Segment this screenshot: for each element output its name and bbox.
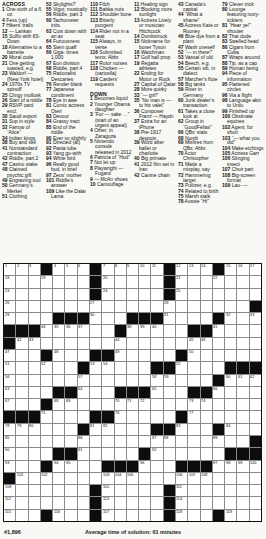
cell-r9c18[interactable] (213, 362, 224, 373)
cell-r5c21[interactable]: 33 (250, 313, 261, 324)
cell-r16c13[interactable]: 92 (151, 448, 162, 459)
cell-r19c21[interactable] (250, 485, 261, 496)
cell-r4c8[interactable]: 27 (90, 301, 101, 312)
cell-r1c5[interactable]: 4 (53, 264, 64, 275)
cell-r18c13[interactable] (151, 473, 162, 484)
cell-r4c1[interactable]: 26 (4, 301, 15, 312)
cell-r1c7[interactable]: 6 (78, 264, 89, 275)
cell-r18c6[interactable] (65, 473, 76, 484)
cell-r14c20[interactable] (237, 424, 248, 435)
cell-r6c9[interactable] (102, 325, 113, 336)
cell-r18c15[interactable]: 106 (176, 473, 187, 484)
cell-r14c3[interactable]: 80 (29, 424, 40, 435)
cell-r4c12[interactable] (139, 301, 150, 312)
cell-r9c6[interactable] (65, 362, 76, 373)
cell-r12c16[interactable]: 73 (188, 399, 199, 410)
cell-r15c8[interactable] (90, 436, 101, 447)
cell-r3c11[interactable] (127, 289, 138, 300)
cell-r12c11[interactable]: 71 (127, 399, 138, 410)
cell-r7c11[interactable] (127, 338, 138, 349)
cell-r7c9[interactable] (102, 338, 113, 349)
cell-r13c10[interactable]: 76 (115, 411, 126, 422)
cell-r15c9[interactable] (102, 436, 113, 447)
cell-r17c1[interactable]: 93 (4, 461, 15, 472)
cell-r15c18[interactable]: 89 (213, 436, 224, 447)
cell-r17c21[interactable]: 100 (250, 461, 261, 472)
cell-r13c16[interactable]: 77 (188, 411, 199, 422)
cell-r14c19[interactable]: 84 (225, 424, 236, 435)
cell-r8c21[interactable] (250, 350, 261, 361)
cell-r17c18[interactable]: 97 (213, 461, 224, 472)
cell-r19c5[interactable] (53, 485, 64, 496)
cell-r12c7[interactable] (78, 399, 89, 410)
cell-r16c8[interactable] (90, 448, 101, 459)
cell-r7c10[interactable]: 44 (115, 338, 126, 349)
cell-r17c5[interactable]: 94 (53, 461, 64, 472)
cell-r18c19[interactable] (225, 473, 236, 484)
cell-r21c20[interactable] (237, 510, 248, 521)
cell-r2c15[interactable]: 21 (176, 276, 187, 287)
cell-r12c12[interactable]: 72 (139, 399, 150, 410)
cell-r8c10[interactable]: 49 (115, 350, 126, 361)
cell-r2c16[interactable] (188, 276, 199, 287)
cell-r4c17[interactable] (201, 301, 212, 312)
cell-r3c6[interactable] (65, 289, 76, 300)
cell-r7c19[interactable] (225, 338, 236, 349)
cell-r19c6[interactable] (65, 485, 76, 496)
cell-r7c20[interactable] (237, 338, 248, 349)
cell-r16c3[interactable] (29, 448, 40, 459)
cell-r2c3[interactable] (29, 276, 40, 287)
cell-r5c2[interactable] (16, 313, 27, 324)
cell-r6c12[interactable]: 39 (139, 325, 150, 336)
cell-r3c3[interactable] (29, 289, 40, 300)
cell-r19c9[interactable]: 110 (102, 485, 113, 496)
cell-r19c12[interactable] (139, 485, 150, 496)
cell-r9c11[interactable] (127, 362, 138, 373)
cell-r7c17[interactable]: 46 (201, 338, 212, 349)
cell-r12c8[interactable] (90, 399, 101, 410)
cell-r7c12[interactable] (139, 338, 150, 349)
cell-r8c17[interactable] (201, 350, 212, 361)
cell-r20c7[interactable] (78, 497, 89, 508)
cell-r18c16[interactable]: 107 (188, 473, 199, 484)
cell-r10c6[interactable] (65, 375, 76, 386)
cell-r4c18[interactable] (213, 301, 224, 312)
cell-r12c13[interactable] (151, 399, 162, 410)
cell-r16c15[interactable] (176, 448, 187, 459)
cell-r4c20[interactable] (237, 301, 248, 312)
cell-r6c18[interactable]: 41 (213, 325, 224, 336)
cell-r10c2[interactable] (16, 375, 27, 386)
cell-r1c11[interactable]: 9 (127, 264, 138, 275)
cell-r10c12[interactable] (139, 375, 150, 386)
cell-r15c19[interactable] (225, 436, 236, 447)
cell-r2c21[interactable] (250, 276, 261, 287)
cell-r14c21[interactable] (250, 424, 261, 435)
cell-r7c6[interactable] (65, 338, 76, 349)
cell-r6c11[interactable]: 38 (127, 325, 138, 336)
cell-r4c16[interactable] (188, 301, 199, 312)
cell-r13c13[interactable] (151, 411, 162, 422)
cell-r7c3[interactable]: 43 (29, 338, 40, 349)
cell-r1c3[interactable]: 3 (29, 264, 40, 275)
cell-r3c15[interactable]: 25 (176, 289, 187, 300)
cell-r6c21[interactable] (250, 325, 261, 336)
cell-r20c17[interactable] (201, 497, 212, 508)
cell-r8c11[interactable] (127, 350, 138, 361)
cell-r1c19[interactable]: 15 (225, 264, 236, 275)
cell-r11c7[interactable]: 64 (78, 387, 89, 398)
cell-r1c9[interactable]: 7 (102, 264, 113, 275)
cell-r9c9[interactable]: 54 (102, 362, 113, 373)
cell-r10c14[interactable]: 59 (164, 375, 175, 386)
cell-r4c13[interactable] (151, 301, 162, 312)
cell-r20c20[interactable] (237, 497, 248, 508)
cell-r20c10[interactable] (115, 497, 126, 508)
cell-r18c21[interactable] (250, 473, 261, 484)
cell-r18c17[interactable]: 108 (201, 473, 212, 484)
cell-r8c6[interactable] (65, 350, 76, 361)
cell-r6c8[interactable] (90, 325, 101, 336)
cell-r5c14[interactable]: 31 (164, 313, 175, 324)
cell-r1c21[interactable]: 17 (250, 264, 261, 275)
cell-r15c6[interactable] (65, 436, 76, 447)
cell-r11c18[interactable]: 66 (213, 387, 224, 398)
cell-r12c3[interactable] (29, 399, 40, 410)
cell-r5c15[interactable] (176, 313, 187, 324)
cell-r9c4[interactable]: 52 (41, 362, 52, 373)
cell-r9c10[interactable] (115, 362, 126, 373)
cell-r15c4[interactable] (41, 436, 52, 447)
cell-r10c21[interactable]: 62 (250, 375, 261, 386)
cell-r15c1[interactable]: 85 (4, 436, 15, 447)
cell-r9c12[interactable] (139, 362, 150, 373)
cell-r10c19[interactable]: 60 (225, 375, 236, 386)
cell-r2c19[interactable] (225, 276, 236, 287)
cell-r11c19[interactable] (225, 387, 236, 398)
cell-r2c20[interactable] (237, 276, 248, 287)
cell-r20c1[interactable]: 112 (4, 497, 15, 508)
cell-r20c12[interactable] (139, 497, 150, 508)
cell-r13c12[interactable] (139, 411, 150, 422)
cell-r3c4[interactable] (41, 289, 52, 300)
cell-r16c11[interactable] (127, 448, 138, 459)
cell-r12c10[interactable]: 70 (115, 399, 126, 410)
cell-r6c7[interactable]: 37 (78, 325, 89, 336)
cell-r14c10[interactable] (115, 424, 126, 435)
cell-r2c18[interactable]: 22 (213, 276, 224, 287)
cell-r18c10[interactable]: 104 (115, 473, 126, 484)
cell-r16c1[interactable]: 90 (4, 448, 15, 459)
cell-r6c20[interactable] (237, 325, 248, 336)
cell-r20c6[interactable] (65, 497, 76, 508)
cell-r20c19[interactable] (225, 497, 236, 508)
cell-r9c3[interactable] (29, 362, 40, 373)
cell-r1c17[interactable]: 14 (201, 264, 212, 275)
cell-r2c2[interactable] (16, 276, 27, 287)
cell-r15c13[interactable]: 87 (151, 436, 162, 447)
cell-r17c20[interactable]: 99 (237, 461, 248, 472)
cell-r3c17[interactable] (201, 289, 212, 300)
cell-r3c18[interactable] (213, 289, 224, 300)
cell-r11c2[interactable] (16, 387, 27, 398)
cell-r14c8[interactable]: 81 (90, 424, 101, 435)
cell-r5c17[interactable] (201, 313, 212, 324)
cell-r4c15[interactable] (176, 301, 187, 312)
cell-r3c1[interactable]: 23 (4, 289, 15, 300)
cell-r5c20[interactable] (237, 313, 248, 324)
cell-r2c17[interactable] (201, 276, 212, 287)
cell-r14c4[interactable] (41, 424, 52, 435)
cell-r8c5[interactable]: 48 (53, 350, 64, 361)
cell-r11c13[interactable]: 65 (151, 387, 162, 398)
cell-r16c4[interactable] (41, 448, 52, 459)
cell-r9c16[interactable] (188, 362, 199, 373)
cell-r1c1[interactable]: 1 (4, 264, 15, 275)
cell-r5c16[interactable] (188, 313, 199, 324)
cell-r11c1[interactable]: 63 (4, 387, 15, 398)
cell-r3c19[interactable] (225, 289, 236, 300)
cell-r3c20[interactable] (237, 289, 248, 300)
cell-r18c7[interactable] (78, 473, 89, 484)
cell-r21c15[interactable]: 118 (176, 510, 187, 521)
cell-r1c2[interactable]: 2 (16, 264, 27, 275)
cell-r12c17[interactable]: 74 (201, 399, 212, 410)
cell-r10c5[interactable] (53, 375, 64, 386)
cell-r10c4[interactable] (41, 375, 52, 386)
cell-r7c16[interactable]: 45 (188, 338, 199, 349)
cell-r14c15[interactable]: 83 (176, 424, 187, 435)
cell-r19c3[interactable] (29, 485, 40, 496)
cell-r10c1[interactable]: 56 (4, 375, 15, 386)
cell-r18c3[interactable] (29, 473, 40, 484)
cell-r8c12[interactable] (139, 350, 150, 361)
cell-r21c13[interactable] (151, 510, 162, 521)
cell-r21c11[interactable] (127, 510, 138, 521)
cell-r18c12[interactable] (139, 473, 150, 484)
cell-r9c5[interactable] (53, 362, 64, 373)
cell-r11c3[interactable] (29, 387, 40, 398)
cell-r18c9[interactable]: 103 (102, 473, 113, 484)
cell-r2c9[interactable]: 20 (102, 276, 113, 287)
cell-r12c14[interactable] (164, 399, 175, 410)
cell-r9c17[interactable] (201, 362, 212, 373)
cell-r7c4[interactable] (41, 338, 52, 349)
cell-r13c6[interactable] (65, 411, 76, 422)
cell-r15c5[interactable] (53, 436, 64, 447)
cell-r12c9[interactable] (102, 399, 113, 410)
cell-r5c10[interactable] (115, 313, 126, 324)
cell-r19c19[interactable] (225, 485, 236, 496)
cell-r12c6[interactable]: 69 (65, 399, 76, 410)
cell-r20c9[interactable]: 113 (102, 497, 113, 508)
cell-r5c19[interactable]: 32 (225, 313, 236, 324)
cell-r9c1[interactable]: 51 (4, 362, 15, 373)
cell-r15c3[interactable] (29, 436, 40, 447)
cell-r4c6[interactable] (65, 301, 76, 312)
cell-r17c14[interactable] (164, 461, 175, 472)
cell-r18c20[interactable] (237, 473, 248, 484)
cell-r20c13[interactable] (151, 497, 162, 508)
cell-r3c16[interactable] (188, 289, 199, 300)
cell-r6c6[interactable]: 36 (65, 325, 76, 336)
cell-r2c6[interactable] (65, 276, 76, 287)
cell-r7c21[interactable] (250, 338, 261, 349)
cell-r2c5[interactable] (53, 276, 64, 287)
cell-r8c16[interactable]: 50 (188, 350, 199, 361)
cell-r10c9[interactable] (102, 375, 113, 386)
cell-r14c16[interactable] (188, 424, 199, 435)
cell-r3c2[interactable] (16, 289, 27, 300)
cell-r17c8[interactable] (90, 461, 101, 472)
cell-r8c13[interactable] (151, 350, 162, 361)
cell-r16c16[interactable] (188, 448, 199, 459)
cell-r20c16[interactable] (188, 497, 199, 508)
cell-r8c14[interactable] (164, 350, 175, 361)
cell-r1c6[interactable]: 5 (65, 264, 76, 275)
cell-r11c15[interactable] (176, 387, 187, 398)
cell-r17c2[interactable] (16, 461, 27, 472)
cell-r11c9[interactable] (102, 387, 113, 398)
cell-r15c15[interactable] (176, 436, 187, 447)
cell-r20c5[interactable] (53, 497, 64, 508)
cell-r18c5[interactable] (53, 473, 64, 484)
cell-r1c20[interactable]: 16 (237, 264, 248, 275)
cell-r3c5[interactable] (53, 289, 64, 300)
cell-r15c2[interactable] (16, 436, 27, 447)
cell-r2c13[interactable] (151, 276, 162, 287)
cell-r5c8[interactable]: 30 (90, 313, 101, 324)
cell-r18c11[interactable]: 105 (127, 473, 138, 484)
cell-r6c5[interactable]: 35 (53, 325, 64, 336)
cell-r21c21[interactable] (250, 510, 261, 521)
cell-r10c7[interactable]: 57 (78, 375, 89, 386)
cell-r3c10[interactable] (115, 289, 126, 300)
cell-r6c15[interactable] (176, 325, 187, 336)
cell-r14c5[interactable] (53, 424, 64, 435)
cell-r18c8[interactable] (90, 473, 101, 484)
cell-r20c18[interactable] (213, 497, 224, 508)
cell-r13c19[interactable] (225, 411, 236, 422)
cell-r14c2[interactable]: 79 (16, 424, 27, 435)
cell-r9c8[interactable]: 53 (90, 362, 101, 373)
cell-r7c18[interactable] (213, 338, 224, 349)
cell-r12c5[interactable]: 68 (53, 399, 64, 410)
cell-r16c17[interactable] (201, 448, 212, 459)
cell-r3c13[interactable] (151, 289, 162, 300)
cell-r10c13[interactable]: 58 (151, 375, 162, 386)
cell-r6c13[interactable]: 40 (151, 325, 162, 336)
cell-r12c20[interactable] (237, 399, 248, 410)
cell-r3c9[interactable]: 24 (102, 289, 113, 300)
cell-r20c11[interactable] (127, 497, 138, 508)
cell-r9c2[interactable] (16, 362, 27, 373)
cell-r13c11[interactable] (127, 411, 138, 422)
cell-r16c9[interactable] (102, 448, 113, 459)
cell-r1c13[interactable]: 11 (151, 264, 162, 275)
cell-r8c2[interactable] (16, 350, 27, 361)
cell-r2c4[interactable]: 19 (41, 276, 52, 287)
cell-r13c18[interactable] (213, 411, 224, 422)
cell-r12c19[interactable] (225, 399, 236, 410)
cell-r2c11[interactable] (127, 276, 138, 287)
cell-r12c18[interactable] (213, 399, 224, 410)
cell-r5c3[interactable] (29, 313, 40, 324)
cell-r21c1[interactable]: 115 (4, 510, 15, 521)
cell-r6c19[interactable] (225, 325, 236, 336)
cell-r3c21[interactable] (250, 289, 261, 300)
cell-r8c7[interactable] (78, 350, 89, 361)
cell-r8c1[interactable]: 47 (4, 350, 15, 361)
cell-r2c10[interactable] (115, 276, 126, 287)
cell-r21c9[interactable]: 117 (102, 510, 113, 521)
cell-r17c19[interactable]: 98 (225, 461, 236, 472)
cell-r11c4[interactable] (41, 387, 52, 398)
cell-r12c1[interactable]: 67 (4, 399, 15, 410)
cell-r15c14[interactable]: 88 (164, 436, 175, 447)
cell-r7c5[interactable] (53, 338, 64, 349)
cell-r7c7[interactable] (78, 338, 89, 349)
cell-r1c12[interactable]: 10 (139, 264, 150, 275)
cell-r5c1[interactable]: 29 (4, 313, 15, 324)
cell-r19c1[interactable]: 109 (4, 485, 15, 496)
cell-r14c12[interactable] (139, 424, 150, 435)
cell-r6c14[interactable] (164, 325, 175, 336)
cell-r10c17[interactable] (201, 375, 212, 386)
cell-r15c7[interactable]: 86 (78, 436, 89, 447)
cell-r21c19[interactable]: 119 (225, 510, 236, 521)
cell-r7c8[interactable] (90, 338, 101, 349)
cell-r2c1[interactable]: 18 (4, 276, 15, 287)
cell-r7c15[interactable] (176, 338, 187, 349)
cell-r19c16[interactable] (188, 485, 199, 496)
cell-r10c20[interactable]: 61 (237, 375, 248, 386)
cell-r7c2[interactable]: 42 (16, 338, 27, 349)
cell-r21c17[interactable] (201, 510, 212, 521)
cell-r16c2[interactable] (16, 448, 27, 459)
cell-r21c2[interactable] (16, 510, 27, 521)
cell-r12c21[interactable] (250, 399, 261, 410)
cell-r3c7[interactable] (78, 289, 89, 300)
cell-r7c14[interactable] (164, 338, 175, 349)
cell-r5c4[interactable] (41, 313, 52, 324)
cell-r4c7[interactable] (78, 301, 89, 312)
cell-r15c12[interactable] (139, 436, 150, 447)
cell-r4c19[interactable] (225, 301, 236, 312)
cell-r15c20[interactable] (237, 436, 248, 447)
cell-r13c7[interactable] (78, 411, 89, 422)
cell-r2c7[interactable] (78, 276, 89, 287)
cell-r19c18[interactable] (213, 485, 224, 496)
cell-r14c9[interactable]: 82 (102, 424, 113, 435)
cell-r18c18[interactable] (213, 473, 224, 484)
cell-r3c12[interactable] (139, 289, 150, 300)
cell-r19c17[interactable] (201, 485, 212, 496)
cell-r10c10[interactable] (115, 375, 126, 386)
cell-r13c4[interactable]: 75 (41, 411, 52, 422)
cell-r10c3[interactable] (29, 375, 40, 386)
cell-r14c6[interactable] (65, 424, 76, 435)
cell-r11c20[interactable] (237, 387, 248, 398)
cell-r21c3[interactable] (29, 510, 40, 521)
cell-r15c11[interactable] (127, 436, 138, 447)
cell-r16c14[interactable] (164, 448, 175, 459)
cell-r4c10[interactable] (115, 301, 126, 312)
cell-r17c3[interactable] (29, 461, 40, 472)
cell-r4c2[interactable] (16, 301, 27, 312)
cell-r16c7[interactable]: 91 (78, 448, 89, 459)
